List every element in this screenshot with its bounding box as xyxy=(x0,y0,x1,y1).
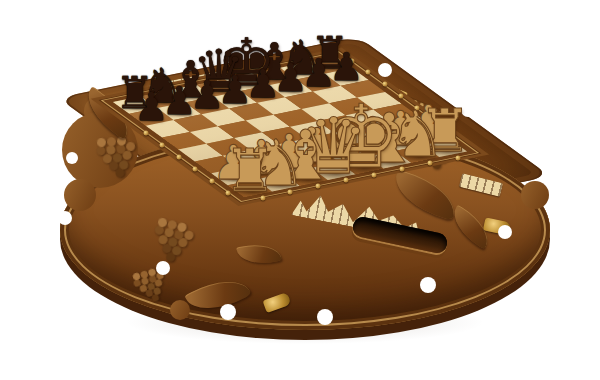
piece-black-pawn-a7[interactable]: ♟ xyxy=(134,88,169,127)
brass-screw xyxy=(144,131,149,136)
brass-screw xyxy=(160,143,165,148)
brass-screw xyxy=(193,166,198,171)
pieces-layer: ♜♞♝♛♚♝♞♜♟♟♟♟♟♟♟♟♟♟♟♟♟♟♟♟♜♞♝♛♚♝♞♜ xyxy=(0,0,600,380)
product-photo: Hand-carved walnut chess and backgammon … xyxy=(0,0,600,380)
piece-white-rook-a1[interactable]: ♜ xyxy=(223,142,276,201)
brass-screw xyxy=(176,155,181,160)
brass-screw xyxy=(366,70,371,75)
